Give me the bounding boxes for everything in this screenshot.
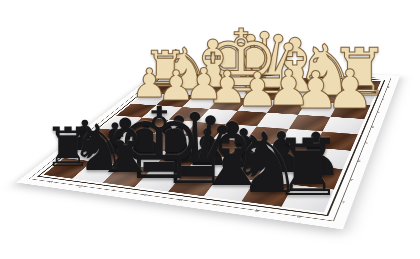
piece-black-rook-h8[interactable]: ♜ <box>41 121 95 175</box>
chess-set-photo: hgfedcba12345678 ♜♞♝♛♚♝♞♜♟♟♟♟♟♟♟♟♟♟♟♟♟♟♟… <box>0 0 420 259</box>
pieces-layer: ♜♞♝♛♚♝♞♜♟♟♟♟♟♟♟♟♟♟♟♟♟♟♟♟♜♞♝♛♚♝♞♜ <box>0 0 420 259</box>
